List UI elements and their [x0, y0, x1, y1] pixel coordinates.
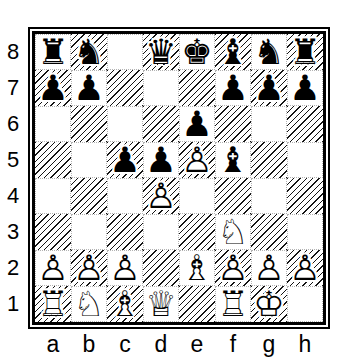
- piece-black-pawn: ♟♟: [107, 142, 143, 178]
- square-h4[interactable]: [287, 178, 323, 214]
- square-a8[interactable]: ♜♜: [35, 34, 71, 70]
- square-e4[interactable]: [179, 178, 215, 214]
- square-c5[interactable]: ♟♟: [107, 142, 143, 178]
- square-e1[interactable]: [179, 286, 215, 322]
- rank-label-5: 5: [0, 142, 26, 178]
- piece-white-pawn: ♟♙: [107, 250, 143, 286]
- piece-white-rook: ♜♖: [215, 286, 251, 322]
- black-king-glyph: ♚: [179, 34, 215, 70]
- square-e8[interactable]: ♚♚: [179, 34, 215, 70]
- square-c7[interactable]: [107, 70, 143, 106]
- black-pawn-glyph: ♟: [251, 70, 287, 106]
- square-d7[interactable]: [143, 70, 179, 106]
- piece-black-pawn: ♟♟: [71, 70, 107, 106]
- black-rook-glyph: ♜: [287, 34, 323, 70]
- square-d2[interactable]: [143, 250, 179, 286]
- square-c3[interactable]: [107, 214, 143, 250]
- white-pawn-glyph: ♙: [215, 250, 251, 286]
- file-label-d: d: [143, 330, 179, 358]
- piece-white-pawn: ♟♙: [215, 250, 251, 286]
- square-d3[interactable]: [143, 214, 179, 250]
- square-e5[interactable]: ♟♙: [179, 142, 215, 178]
- white-pawn-glyph: ♙: [143, 178, 179, 214]
- square-f2[interactable]: ♟♙: [215, 250, 251, 286]
- square-f8[interactable]: ♝♝: [215, 34, 251, 70]
- square-b3[interactable]: [71, 214, 107, 250]
- square-h7[interactable]: ♟♟: [287, 70, 323, 106]
- piece-white-pawn: ♟♙: [143, 178, 179, 214]
- rank-label-7: 7: [0, 70, 26, 106]
- piece-white-pawn: ♟♙: [35, 250, 71, 286]
- black-pawn-glyph: ♟: [287, 70, 323, 106]
- square-b2[interactable]: ♟♙: [71, 250, 107, 286]
- square-g4[interactable]: [251, 178, 287, 214]
- square-d6[interactable]: [143, 106, 179, 142]
- white-pawn-glyph: ♙: [251, 250, 287, 286]
- black-pawn-glyph: ♟: [215, 70, 251, 106]
- piece-black-queen: ♛♛: [143, 34, 179, 70]
- file-labels: abcdefgh: [35, 330, 323, 358]
- piece-black-rook: ♜♜: [35, 34, 71, 70]
- square-b4[interactable]: [71, 178, 107, 214]
- square-a7[interactable]: ♟♟: [35, 70, 71, 106]
- piece-black-pawn: ♟♟: [215, 70, 251, 106]
- piece-black-bishop: ♝♝: [215, 34, 251, 70]
- black-pawn-glyph: ♟: [179, 106, 215, 142]
- square-a5[interactable]: [35, 142, 71, 178]
- white-pawn-glyph: ♙: [35, 250, 71, 286]
- piece-white-bishop: ♝♗: [179, 250, 215, 286]
- square-c4[interactable]: [107, 178, 143, 214]
- square-g3[interactable]: [251, 214, 287, 250]
- piece-white-king: ♚♔: [251, 286, 287, 322]
- black-pawn-glyph: ♟: [143, 142, 179, 178]
- piece-black-knight: ♞♞: [71, 34, 107, 70]
- rank-label-3: 3: [0, 214, 26, 250]
- square-h5[interactable]: [287, 142, 323, 178]
- square-c1[interactable]: ♝♗: [107, 286, 143, 322]
- square-e2[interactable]: ♝♗: [179, 250, 215, 286]
- white-pawn-glyph: ♙: [71, 250, 107, 286]
- square-b6[interactable]: [71, 106, 107, 142]
- white-rook-glyph: ♖: [35, 286, 71, 322]
- piece-white-knight: ♞♘: [215, 214, 251, 250]
- piece-black-bishop: ♝♝: [215, 142, 251, 178]
- square-b5[interactable]: [71, 142, 107, 178]
- rank-labels: 87654321: [0, 34, 26, 322]
- square-f1[interactable]: ♜♖: [215, 286, 251, 322]
- file-label-f: f: [215, 330, 251, 358]
- square-c6[interactable]: [107, 106, 143, 142]
- white-bishop-glyph: ♗: [179, 250, 215, 286]
- square-g5[interactable]: [251, 142, 287, 178]
- piece-black-pawn: ♟♟: [287, 70, 323, 106]
- square-h1[interactable]: [287, 286, 323, 322]
- square-h8[interactable]: ♜♜: [287, 34, 323, 70]
- white-rook-glyph: ♖: [215, 286, 251, 322]
- square-f3[interactable]: ♞♘: [215, 214, 251, 250]
- chess-diagram: 87654321 ♜♜♞♞♛♛♚♚♝♝♞♞♜♜♟♟♟♟♟♟♟♟♟♟♟♟♟♟♟♟♟…: [0, 0, 360, 360]
- piece-black-pawn: ♟♟: [35, 70, 71, 106]
- black-queen-glyph: ♛: [143, 34, 179, 70]
- piece-white-knight: ♞♘: [71, 286, 107, 322]
- white-bishop-glyph: ♗: [107, 286, 143, 322]
- square-a1[interactable]: ♜♖: [35, 286, 71, 322]
- white-knight-glyph: ♘: [215, 214, 251, 250]
- piece-white-pawn: ♟♙: [251, 250, 287, 286]
- square-g8[interactable]: ♞♞: [251, 34, 287, 70]
- file-label-g: g: [251, 330, 287, 358]
- piece-black-pawn: ♟♟: [251, 70, 287, 106]
- piece-white-rook: ♜♖: [35, 286, 71, 322]
- piece-black-knight: ♞♞: [251, 34, 287, 70]
- square-d5[interactable]: ♟♟: [143, 142, 179, 178]
- rank-label-1: 1: [0, 286, 26, 322]
- square-h2[interactable]: ♟♙: [287, 250, 323, 286]
- white-pawn-glyph: ♙: [179, 142, 215, 178]
- black-knight-glyph: ♞: [71, 34, 107, 70]
- black-pawn-glyph: ♟: [35, 70, 71, 106]
- piece-white-bishop: ♝♗: [107, 286, 143, 322]
- rank-label-4: 4: [0, 178, 26, 214]
- square-f6[interactable]: [215, 106, 251, 142]
- square-g7[interactable]: ♟♟: [251, 70, 287, 106]
- square-a2[interactable]: ♟♙: [35, 250, 71, 286]
- piece-black-rook: ♜♜: [287, 34, 323, 70]
- rank-label-8: 8: [0, 34, 26, 70]
- square-b1[interactable]: ♞♘: [71, 286, 107, 322]
- file-label-b: b: [71, 330, 107, 358]
- white-pawn-glyph: ♙: [287, 250, 323, 286]
- piece-white-pawn: ♟♙: [287, 250, 323, 286]
- white-knight-glyph: ♘: [71, 286, 107, 322]
- square-a3[interactable]: [35, 214, 71, 250]
- white-pawn-glyph: ♙: [107, 250, 143, 286]
- square-f7[interactable]: ♟♟: [215, 70, 251, 106]
- rank-label-2: 2: [0, 250, 26, 286]
- black-bishop-glyph: ♝: [215, 34, 251, 70]
- black-bishop-glyph: ♝: [215, 142, 251, 178]
- chess-board: ♜♜♞♞♛♛♚♚♝♝♞♞♜♜♟♟♟♟♟♟♟♟♟♟♟♟♟♟♟♟♟♙♝♝♟♙♞♘♟♙…: [35, 34, 323, 322]
- square-g2[interactable]: ♟♙: [251, 250, 287, 286]
- square-e3[interactable]: [179, 214, 215, 250]
- black-rook-glyph: ♜: [35, 34, 71, 70]
- piece-white-pawn: ♟♙: [179, 142, 215, 178]
- file-label-e: e: [179, 330, 215, 358]
- file-label-c: c: [107, 330, 143, 358]
- square-b8[interactable]: ♞♞: [71, 34, 107, 70]
- piece-black-king: ♚♚: [179, 34, 215, 70]
- white-queen-glyph: ♕: [143, 286, 179, 322]
- board-inner-border: ♜♜♞♞♛♛♚♚♝♝♞♞♜♜♟♟♟♟♟♟♟♟♟♟♟♟♟♟♟♟♟♙♝♝♟♙♞♘♟♙…: [32, 31, 326, 325]
- square-g1[interactable]: ♚♔: [251, 286, 287, 322]
- white-king-glyph: ♔: [251, 286, 287, 322]
- square-h3[interactable]: [287, 214, 323, 250]
- square-e7[interactable]: [179, 70, 215, 106]
- square-c8[interactable]: [107, 34, 143, 70]
- piece-white-pawn: ♟♙: [71, 250, 107, 286]
- square-d4[interactable]: ♟♙: [143, 178, 179, 214]
- square-c2[interactable]: ♟♙: [107, 250, 143, 286]
- piece-black-pawn: ♟♟: [179, 106, 215, 142]
- square-a4[interactable]: [35, 178, 71, 214]
- square-g6[interactable]: [251, 106, 287, 142]
- black-knight-glyph: ♞: [251, 34, 287, 70]
- file-label-h: h: [287, 330, 323, 358]
- square-h6[interactable]: [287, 106, 323, 142]
- file-label-a: a: [35, 330, 71, 358]
- square-d8[interactable]: ♛♛: [143, 34, 179, 70]
- square-f4[interactable]: [215, 178, 251, 214]
- board-frame: ♜♜♞♞♛♛♚♚♝♝♞♞♜♜♟♟♟♟♟♟♟♟♟♟♟♟♟♟♟♟♟♙♝♝♟♙♞♘♟♙…: [28, 27, 330, 329]
- black-pawn-glyph: ♟: [107, 142, 143, 178]
- square-f5[interactable]: ♝♝: [215, 142, 251, 178]
- square-e6[interactable]: ♟♟: [179, 106, 215, 142]
- square-b7[interactable]: ♟♟: [71, 70, 107, 106]
- piece-white-queen: ♛♕: [143, 286, 179, 322]
- piece-black-pawn: ♟♟: [143, 142, 179, 178]
- rank-label-6: 6: [0, 106, 26, 142]
- black-pawn-glyph: ♟: [71, 70, 107, 106]
- square-d1[interactable]: ♛♕: [143, 286, 179, 322]
- square-a6[interactable]: [35, 106, 71, 142]
